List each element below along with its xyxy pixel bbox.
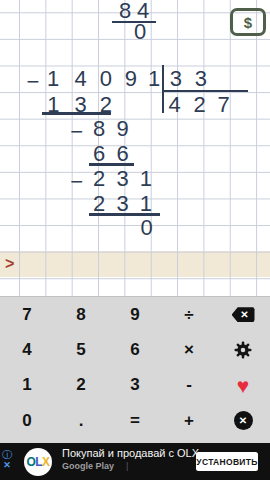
heart-icon: ♥	[237, 375, 249, 396]
google-play-label[interactable]: Google Play	[62, 461, 114, 471]
input-prompt: >	[5, 251, 14, 277]
math-digit: 2	[193, 94, 205, 116]
key-7[interactable]: 7	[0, 297, 54, 332]
math-digit: 3	[170, 68, 182, 90]
key-2[interactable]: 2	[54, 368, 108, 403]
olx-letter-o: O	[26, 455, 35, 469]
ad-store-line: Google Play|	[62, 461, 128, 471]
key-6[interactable]: 6	[108, 332, 162, 367]
key-divide[interactable]: ÷	[162, 297, 216, 332]
math-digit: 6	[116, 143, 128, 165]
app-screen: 840−1409133132427−8966−2312310 > $ 789÷✕…	[0, 0, 270, 480]
math-digit: −	[27, 71, 40, 93]
favorite-key[interactable]: ♥	[216, 368, 270, 403]
key-plus[interactable]: +	[162, 403, 216, 438]
key-5[interactable]: 5	[54, 332, 108, 367]
key-4[interactable]: 4	[0, 332, 54, 367]
keypad: 789÷✕456×123-♥0.=+✕	[0, 296, 270, 443]
key-0[interactable]: 0	[0, 403, 54, 438]
key-decimal[interactable]: .	[54, 403, 108, 438]
olx-letter-x: X	[42, 455, 50, 469]
key-1[interactable]: 1	[0, 368, 54, 403]
gear-icon	[233, 340, 253, 360]
premium-cash-button[interactable]: $	[230, 8, 266, 36]
install-button[interactable]: УСТАНОВИТЬ	[196, 452, 258, 471]
math-digit: 4	[74, 68, 86, 90]
ad-divider: |	[126, 461, 128, 471]
math-digit: 3	[116, 168, 128, 190]
key-3[interactable]: 3	[108, 368, 162, 403]
adchoices-overlay: ⓘ ✕	[2, 450, 12, 470]
math-digit: 0	[134, 21, 146, 43]
olx-letter-l: L	[35, 455, 42, 469]
division-line	[112, 21, 156, 23]
ad-title[interactable]: Покупай и продавай с OLX.	[62, 447, 202, 460]
math-digit: 2	[93, 193, 105, 215]
math-digit: −	[70, 171, 83, 193]
math-digit: 3	[116, 193, 128, 215]
math-digit: 4	[168, 94, 180, 116]
math-digit: −	[70, 121, 83, 143]
key-8[interactable]: 8	[54, 297, 108, 332]
prompt-symbol: >	[5, 255, 14, 273]
division-line	[162, 90, 249, 92]
division-line	[89, 163, 134, 165]
key-multiply[interactable]: ×	[162, 332, 216, 367]
divisor-bar	[162, 65, 164, 113]
division-line	[42, 112, 111, 114]
math-digit: 6	[93, 143, 105, 165]
olx-logo[interactable]: OLX	[24, 448, 52, 476]
close-key[interactable]: ✕	[216, 403, 270, 438]
ad-close-icon[interactable]: ✕	[3, 460, 11, 470]
division-line	[89, 213, 160, 215]
math-digit: 9	[125, 68, 137, 90]
dollar-icon: $	[244, 14, 252, 31]
math-digit: 9	[116, 118, 128, 140]
backspace-icon: ✕	[232, 307, 255, 322]
math-digit: 8	[93, 118, 105, 140]
key-equals[interactable]: =	[108, 403, 162, 438]
math-digit: 1	[47, 68, 59, 90]
math-digit: 3	[195, 68, 207, 90]
backspace-key[interactable]: ✕	[216, 297, 270, 332]
math-digit: 1	[140, 193, 152, 215]
close-circle-icon: ✕	[234, 411, 253, 430]
settings-key[interactable]	[216, 332, 270, 367]
key-9[interactable]: 9	[108, 297, 162, 332]
math-digit: 2	[93, 168, 105, 190]
math-digit: 8	[119, 0, 131, 22]
math-digit: 7	[217, 94, 229, 116]
ad-info-icon[interactable]: ⓘ	[2, 450, 12, 460]
key-minus[interactable]: -	[162, 368, 216, 403]
keypad-keys: 789÷✕456×123-♥0.=+✕	[0, 297, 270, 439]
math-digit: 1	[140, 168, 152, 190]
worksheet-paper: 840−1409133132427−8966−2312310 > $	[0, 0, 270, 296]
math-digit: 0	[141, 217, 153, 239]
math-digit: 0	[100, 68, 112, 90]
math-digit: 1	[148, 68, 160, 90]
input-row[interactable]	[0, 251, 270, 277]
